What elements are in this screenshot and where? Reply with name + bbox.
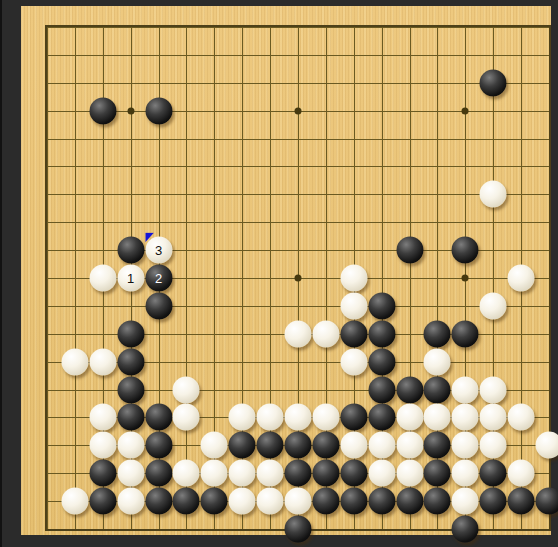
- stone-disc: [145, 97, 172, 124]
- stone-disc: [536, 488, 558, 515]
- stone-disc: [145, 432, 172, 459]
- stone-disc: [173, 460, 200, 487]
- stone-disc: [117, 237, 144, 264]
- stone-disc: [480, 292, 507, 319]
- stone-white[interactable]: [61, 488, 88, 515]
- stone-white[interactable]: [201, 460, 228, 487]
- stone-black[interactable]: [173, 488, 200, 515]
- stone-disc: [452, 432, 479, 459]
- stone-black[interactable]: [480, 460, 507, 487]
- stone-black[interactable]: [368, 348, 395, 375]
- stone-disc: [480, 432, 507, 459]
- stone-disc: [340, 460, 367, 487]
- stone-disc: [117, 432, 144, 459]
- stone-disc: [89, 488, 116, 515]
- stone-white[interactable]: [89, 265, 116, 292]
- move-number-label: 1: [117, 265, 144, 292]
- stone-white[interactable]: [396, 404, 423, 431]
- stone-white[interactable]: [480, 181, 507, 208]
- stone-disc: [285, 432, 312, 459]
- stone-disc: [117, 376, 144, 403]
- stone-black[interactable]: [340, 404, 367, 431]
- stone-black[interactable]: [117, 348, 144, 375]
- stone-black[interactable]: [285, 460, 312, 487]
- stone-white[interactable]: [452, 404, 479, 431]
- stone-black[interactable]: [89, 488, 116, 515]
- stone-white[interactable]: [201, 432, 228, 459]
- stone-disc: [424, 488, 451, 515]
- stone-white[interactable]: [340, 265, 367, 292]
- stone-black[interactable]: [340, 460, 367, 487]
- stone-black[interactable]: [89, 97, 116, 124]
- stone-white[interactable]: 1: [117, 265, 144, 292]
- stone-disc: [508, 404, 535, 431]
- stone-black[interactable]: [424, 488, 451, 515]
- stone-disc: [480, 376, 507, 403]
- stone-white[interactable]: [508, 460, 535, 487]
- stone-disc: [340, 432, 367, 459]
- stone-black[interactable]: [368, 404, 395, 431]
- stone-white[interactable]: 3: [145, 237, 172, 264]
- stone-black[interactable]: [340, 320, 367, 347]
- move-number-label: 3: [145, 237, 172, 264]
- stone-disc: [508, 460, 535, 487]
- stone-white[interactable]: [89, 404, 116, 431]
- stone-white[interactable]: [229, 488, 256, 515]
- stone-disc: [480, 181, 507, 208]
- stone-disc: [480, 404, 507, 431]
- stone-black[interactable]: [312, 460, 339, 487]
- stone-black[interactable]: [396, 376, 423, 403]
- stone-disc: [89, 404, 116, 431]
- stone-disc: [340, 292, 367, 319]
- stone-white[interactable]: [452, 432, 479, 459]
- stone-black[interactable]: [145, 97, 172, 124]
- stone-white[interactable]: [257, 404, 284, 431]
- stone-disc: [368, 376, 395, 403]
- stone-disc: [368, 488, 395, 515]
- stone-disc: [201, 460, 228, 487]
- stone-disc: [89, 460, 116, 487]
- stone-black[interactable]: [424, 432, 451, 459]
- stone-white[interactable]: [312, 320, 339, 347]
- stone-black[interactable]: [536, 488, 558, 515]
- stone-white[interactable]: [368, 460, 395, 487]
- stone-black[interactable]: [368, 320, 395, 347]
- stone-black[interactable]: [368, 376, 395, 403]
- stone-white[interactable]: [229, 404, 256, 431]
- stone-black[interactable]: [424, 320, 451, 347]
- stone-white[interactable]: [117, 432, 144, 459]
- stone-disc: [480, 460, 507, 487]
- stone-black[interactable]: [368, 488, 395, 515]
- stone-disc: [89, 432, 116, 459]
- stone-disc: [89, 97, 116, 124]
- stone-white[interactable]: [117, 460, 144, 487]
- stone-white[interactable]: [480, 432, 507, 459]
- stone-disc: [117, 320, 144, 347]
- stone-disc: [368, 460, 395, 487]
- stone-disc: [396, 237, 423, 264]
- stone-white[interactable]: [257, 488, 284, 515]
- stone-disc: [117, 488, 144, 515]
- stone-disc: [312, 460, 339, 487]
- stone-disc: [285, 460, 312, 487]
- stone-disc: [229, 432, 256, 459]
- stone-black[interactable]: [285, 432, 312, 459]
- stone-black[interactable]: [424, 376, 451, 403]
- stone-white[interactable]: [173, 460, 200, 487]
- stone-black[interactable]: [145, 488, 172, 515]
- stone-white[interactable]: [480, 404, 507, 431]
- stone-black[interactable]: [452, 516, 479, 543]
- stone-black[interactable]: [117, 237, 144, 264]
- stone-white[interactable]: [285, 404, 312, 431]
- stone-disc: [117, 404, 144, 431]
- stone-disc: [229, 404, 256, 431]
- stone-disc: [257, 460, 284, 487]
- stone-disc: [508, 265, 535, 292]
- stone-disc: [201, 488, 228, 515]
- move-number-label: 2: [145, 265, 172, 292]
- stone-black[interactable]: [480, 488, 507, 515]
- stone-white[interactable]: [257, 460, 284, 487]
- stone-black[interactable]: [424, 460, 451, 487]
- stone-disc: [536, 432, 558, 459]
- stone-disc: [340, 488, 367, 515]
- stone-disc: [312, 404, 339, 431]
- stone-black[interactable]: [508, 488, 535, 515]
- stone-disc: [117, 348, 144, 375]
- stone-black[interactable]: 2: [145, 265, 172, 292]
- stone-white[interactable]: [340, 432, 367, 459]
- stone-disc: [480, 69, 507, 96]
- stone-white[interactable]: [173, 376, 200, 403]
- stone-disc: [368, 292, 395, 319]
- stone-black[interactable]: [117, 404, 144, 431]
- stone-white[interactable]: [89, 432, 116, 459]
- stone-white[interactable]: [117, 488, 144, 515]
- stone-disc: [145, 488, 172, 515]
- stone-disc: [201, 432, 228, 459]
- stone-white[interactable]: [480, 292, 507, 319]
- stone-disc: [368, 432, 395, 459]
- stone-white[interactable]: [480, 376, 507, 403]
- stone-white[interactable]: [89, 348, 116, 375]
- stone-black[interactable]: [117, 376, 144, 403]
- stone-white[interactable]: [452, 460, 479, 487]
- stone-white[interactable]: [340, 348, 367, 375]
- stone-disc: [340, 320, 367, 347]
- stone-disc: [424, 320, 451, 347]
- stone-white[interactable]: [452, 488, 479, 515]
- stone-white[interactable]: [508, 404, 535, 431]
- stone-white[interactable]: [396, 460, 423, 487]
- stone-disc: [396, 404, 423, 431]
- stone-disc: [452, 320, 479, 347]
- stone-white[interactable]: [396, 432, 423, 459]
- stone-disc: [312, 432, 339, 459]
- stone-black[interactable]: [201, 488, 228, 515]
- stone-disc: [257, 432, 284, 459]
- stone-disc: [396, 488, 423, 515]
- stone-disc: [61, 348, 88, 375]
- stone-disc: [61, 488, 88, 515]
- stone-disc: [424, 460, 451, 487]
- stone-disc: [452, 460, 479, 487]
- stone-disc: [285, 320, 312, 347]
- stone-white[interactable]: [229, 460, 256, 487]
- stone-disc: [368, 404, 395, 431]
- stone-disc: [257, 404, 284, 431]
- stone-black[interactable]: [340, 488, 367, 515]
- stone-disc: [285, 488, 312, 515]
- stone-disc: [480, 488, 507, 515]
- stone-disc: [424, 432, 451, 459]
- stone-disc: [452, 488, 479, 515]
- stone-black[interactable]: [480, 69, 507, 96]
- stone-black[interactable]: [452, 237, 479, 264]
- stone-disc: [452, 404, 479, 431]
- stone-black[interactable]: [145, 292, 172, 319]
- stone-black[interactable]: [312, 488, 339, 515]
- stone-black[interactable]: [396, 237, 423, 264]
- stone-black[interactable]: [257, 432, 284, 459]
- stone-disc: [173, 404, 200, 431]
- stone-disc: [229, 460, 256, 487]
- stone-black[interactable]: [396, 488, 423, 515]
- stone-white[interactable]: [285, 320, 312, 347]
- stone-black[interactable]: [117, 320, 144, 347]
- stone-disc: [257, 488, 284, 515]
- stone-disc: [424, 348, 451, 375]
- stone-disc: [229, 488, 256, 515]
- stone-black[interactable]: [89, 460, 116, 487]
- stone-disc: [396, 432, 423, 459]
- stone-disc: [340, 348, 367, 375]
- stone-disc: [452, 237, 479, 264]
- stone-black[interactable]: [145, 404, 172, 431]
- stone-disc: [368, 348, 395, 375]
- stone-disc: [117, 460, 144, 487]
- stone-black[interactable]: [368, 292, 395, 319]
- stone-black[interactable]: [312, 432, 339, 459]
- stone-white[interactable]: [424, 404, 451, 431]
- stone-black[interactable]: [145, 460, 172, 487]
- stone-disc: [285, 516, 312, 543]
- stone-white[interactable]: [61, 348, 88, 375]
- stone-disc: [145, 292, 172, 319]
- stone-white[interactable]: [173, 404, 200, 431]
- stone-disc: [173, 488, 200, 515]
- stone-disc: [424, 376, 451, 403]
- stone-disc: [424, 404, 451, 431]
- stone-disc: [396, 376, 423, 403]
- stone-black[interactable]: [229, 432, 256, 459]
- stone-disc: [312, 488, 339, 515]
- stone-disc: [145, 460, 172, 487]
- stone-disc: [340, 404, 367, 431]
- goban: 312: [21, 6, 551, 535]
- stone-white[interactable]: [368, 432, 395, 459]
- stone-disc: [396, 460, 423, 487]
- stone-white[interactable]: [452, 376, 479, 403]
- stone-white[interactable]: [536, 432, 558, 459]
- stone-disc: [508, 488, 535, 515]
- stone-disc: [368, 320, 395, 347]
- stone-disc: [452, 376, 479, 403]
- stone-disc: [452, 516, 479, 543]
- stone-white[interactable]: [424, 348, 451, 375]
- stone-disc: [312, 320, 339, 347]
- stone-white[interactable]: [285, 488, 312, 515]
- stone-black[interactable]: [452, 320, 479, 347]
- stone-white[interactable]: [340, 292, 367, 319]
- stone-white[interactable]: [312, 404, 339, 431]
- stone-disc: [340, 265, 367, 292]
- stone-disc: [285, 404, 312, 431]
- stone-black[interactable]: [285, 516, 312, 543]
- go-app-window: 312: [0, 0, 558, 547]
- stone-disc: [89, 265, 116, 292]
- stone-disc: [173, 376, 200, 403]
- stone-disc: [89, 348, 116, 375]
- stone-disc: [145, 404, 172, 431]
- stone-black[interactable]: [145, 432, 172, 459]
- stone-white[interactable]: [508, 265, 535, 292]
